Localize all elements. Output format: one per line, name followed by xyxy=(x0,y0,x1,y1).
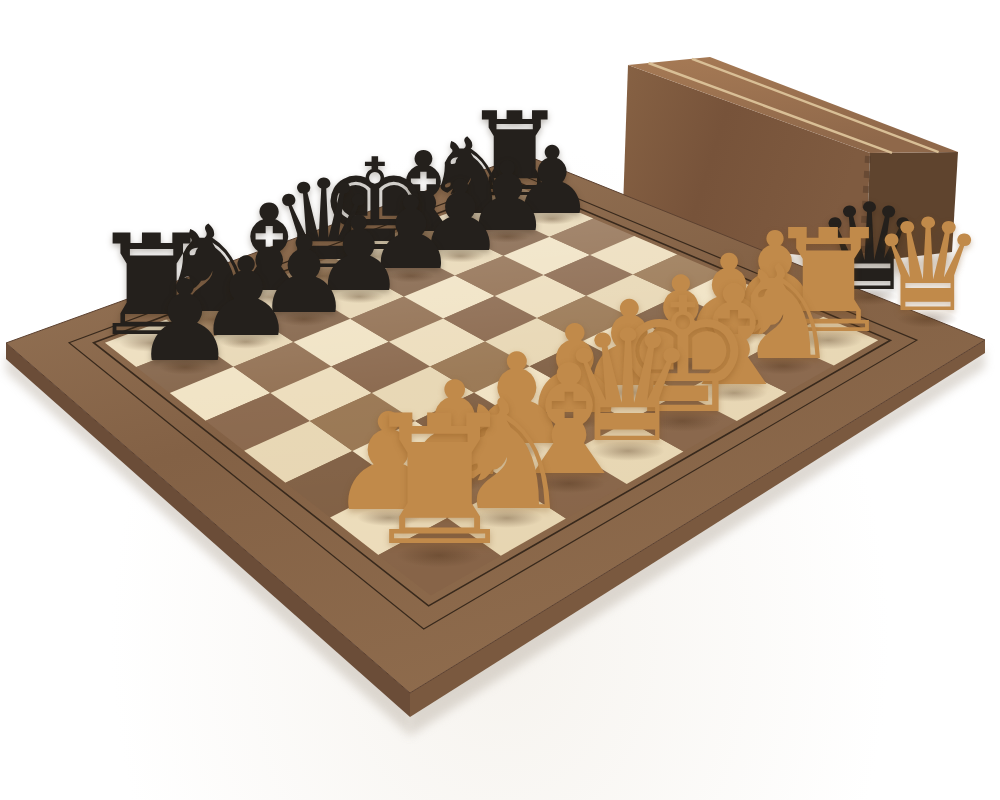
black-pawn-glyph: ♟ xyxy=(134,265,235,377)
chess-set-photo: ♜♞♝♛♚♝♞♜♟♟♟♟♟♟♟♟♟♟♟♟♟♟♟♟♜♞♝♛♚♝♞♜♛♛ xyxy=(0,0,1000,800)
white-rook-glyph: ♜ xyxy=(359,393,519,572)
